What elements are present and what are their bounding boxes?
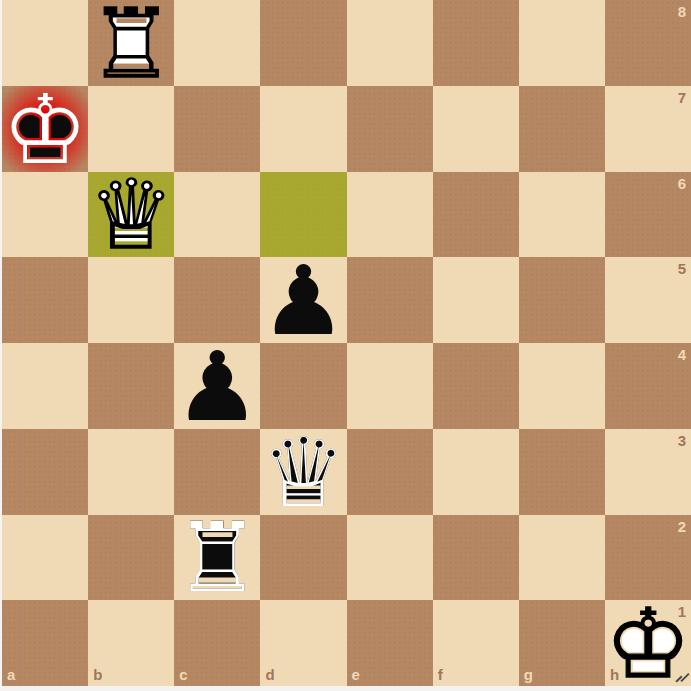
square-a7[interactable]: ♚♔ (2, 86, 88, 172)
square-h1[interactable]: ♚♔1h (605, 600, 691, 686)
black-pawn-icon: ♟ (260, 258, 346, 344)
square-c6[interactable] (174, 172, 260, 258)
square-f2[interactable] (433, 515, 519, 601)
black-pawn[interactable]: ♟ (260, 257, 346, 343)
square-h2[interactable]: 2 (605, 515, 691, 601)
square-d4[interactable] (260, 343, 346, 429)
square-c3[interactable] (174, 429, 260, 515)
square-g1[interactable]: g (519, 600, 605, 686)
square-f5[interactable] (433, 257, 519, 343)
black-king-icon: ♚ (2, 87, 88, 173)
square-b7[interactable] (88, 86, 174, 172)
square-a3[interactable] (2, 429, 88, 515)
coord-rank-8: 8 (678, 3, 686, 20)
square-d6[interactable] (260, 172, 346, 258)
white-rook-icon: ♜ (88, 1, 174, 87)
coord-rank-2: 2 (678, 518, 686, 535)
square-h6[interactable]: 6 (605, 172, 691, 258)
square-e1[interactable]: e (347, 600, 433, 686)
black-king[interactable]: ♚♔ (2, 86, 88, 172)
white-rook-outline-icon: ♖ (88, 1, 174, 87)
coord-rank-7: 7 (678, 89, 686, 106)
white-queen-outline-icon: ♕ (88, 173, 174, 259)
coord-file-b: b (93, 666, 102, 683)
square-g3[interactable] (519, 429, 605, 515)
square-f7[interactable] (433, 86, 519, 172)
square-g5[interactable] (519, 257, 605, 343)
square-g8[interactable] (519, 0, 605, 86)
square-c1[interactable]: c (174, 600, 260, 686)
square-e4[interactable] (347, 343, 433, 429)
square-a5[interactable] (2, 257, 88, 343)
chess-board[interactable]: ♜♖8♚♔7♛♕6♟5♟4♛♕3♜♖2abcdefg♚♔1h (2, 0, 691, 686)
square-a2[interactable] (2, 515, 88, 601)
square-f4[interactable] (433, 343, 519, 429)
square-f8[interactable] (433, 0, 519, 86)
coord-rank-5: 5 (678, 260, 686, 277)
square-h7[interactable]: 7 (605, 86, 691, 172)
square-g7[interactable] (519, 86, 605, 172)
white-queen-icon: ♛ (88, 173, 174, 259)
square-d2[interactable] (260, 515, 346, 601)
white-rook[interactable]: ♜♖ (88, 0, 174, 86)
square-g2[interactable] (519, 515, 605, 601)
square-d3[interactable]: ♛♕ (260, 429, 346, 515)
square-h8[interactable]: 8 (605, 0, 691, 86)
square-d8[interactable] (260, 0, 346, 86)
black-rook-outline-icon: ♖ (174, 516, 260, 602)
coord-rank-4: 4 (678, 346, 686, 363)
coord-file-f: f (438, 666, 443, 683)
square-d5[interactable]: ♟ (260, 257, 346, 343)
black-queen-outline-icon: ♕ (260, 430, 346, 516)
square-c4[interactable]: ♟ (174, 343, 260, 429)
square-b2[interactable] (88, 515, 174, 601)
square-e2[interactable] (347, 515, 433, 601)
coord-file-g: g (524, 666, 533, 683)
black-pawn[interactable]: ♟ (174, 343, 260, 429)
white-queen[interactable]: ♛♕ (88, 172, 174, 258)
coord-file-c: c (179, 666, 187, 683)
square-a1[interactable]: a (2, 600, 88, 686)
square-e6[interactable] (347, 172, 433, 258)
square-c8[interactable] (174, 0, 260, 86)
square-g6[interactable] (519, 172, 605, 258)
square-b6[interactable]: ♛♕ (88, 172, 174, 258)
square-e5[interactable] (347, 257, 433, 343)
board-resize-handle-icon[interactable] (673, 668, 689, 684)
square-d1[interactable]: d (260, 600, 346, 686)
black-king-outline-icon: ♔ (2, 87, 88, 173)
black-rook[interactable]: ♜♖ (174, 515, 260, 601)
square-e3[interactable] (347, 429, 433, 515)
page-background: ♜♖8♚♔7♛♕6♟5♟4♛♕3♜♖2abcdefg♚♔1h (0, 0, 691, 691)
square-h3[interactable]: 3 (605, 429, 691, 515)
square-e8[interactable] (347, 0, 433, 86)
square-b5[interactable] (88, 257, 174, 343)
black-pawn-icon: ♟ (174, 344, 260, 430)
black-rook-icon: ♜ (174, 516, 260, 602)
square-c7[interactable] (174, 86, 260, 172)
black-queen-icon: ♛ (260, 430, 346, 516)
coord-rank-6: 6 (678, 175, 686, 192)
square-b4[interactable] (88, 343, 174, 429)
coord-rank-3: 3 (678, 432, 686, 449)
coord-file-e: e (352, 666, 360, 683)
coord-file-d: d (265, 666, 274, 683)
square-f6[interactable] (433, 172, 519, 258)
square-h4[interactable]: 4 (605, 343, 691, 429)
square-c2[interactable]: ♜♖ (174, 515, 260, 601)
square-f3[interactable] (433, 429, 519, 515)
square-h5[interactable]: 5 (605, 257, 691, 343)
square-b1[interactable]: b (88, 600, 174, 686)
square-b8[interactable]: ♜♖ (88, 0, 174, 86)
square-g4[interactable] (519, 343, 605, 429)
square-d7[interactable] (260, 86, 346, 172)
square-a4[interactable] (2, 343, 88, 429)
square-f1[interactable]: f (433, 600, 519, 686)
square-a8[interactable] (2, 0, 88, 86)
coord-file-a: a (7, 666, 15, 683)
square-a6[interactable] (2, 172, 88, 258)
square-e7[interactable] (347, 86, 433, 172)
square-c5[interactable] (174, 257, 260, 343)
square-b3[interactable] (88, 429, 174, 515)
black-queen[interactable]: ♛♕ (260, 429, 346, 515)
